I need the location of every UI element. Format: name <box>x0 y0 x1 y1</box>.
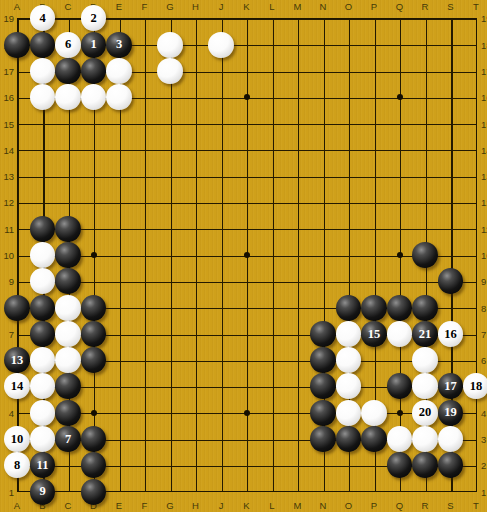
point-R10[interactable] <box>412 242 438 268</box>
point-E4[interactable] <box>106 400 132 426</box>
white-stone-A5[interactable]: 14 <box>4 373 30 399</box>
point-O4[interactable] <box>336 400 362 426</box>
point-F16[interactable] <box>132 84 158 110</box>
point-F14[interactable] <box>132 137 158 163</box>
point-B2[interactable]: 11 <box>30 452 56 478</box>
point-K11[interactable] <box>234 216 260 242</box>
white-stone-B10[interactable] <box>30 242 56 268</box>
point-B6[interactable] <box>30 347 56 373</box>
point-G6[interactable] <box>157 347 183 373</box>
point-O6[interactable] <box>336 347 362 373</box>
point-B7[interactable] <box>30 321 56 347</box>
point-J2[interactable] <box>208 452 234 478</box>
point-F15[interactable] <box>132 110 158 136</box>
white-stone-O5[interactable] <box>336 373 362 399</box>
point-N12[interactable] <box>310 189 336 215</box>
point-F10[interactable] <box>132 242 158 268</box>
point-B17[interactable] <box>30 58 56 84</box>
point-K7[interactable] <box>234 321 260 347</box>
point-S5[interactable]: 17 <box>438 373 464 399</box>
point-H5[interactable] <box>183 373 209 399</box>
point-K13[interactable] <box>234 163 260 189</box>
point-K12[interactable] <box>234 189 260 215</box>
point-G2[interactable] <box>157 452 183 478</box>
point-D18[interactable]: 1 <box>81 31 107 57</box>
point-K18[interactable] <box>234 31 260 57</box>
black-stone-A8[interactable] <box>4 295 30 321</box>
point-P4[interactable] <box>361 400 387 426</box>
point-A6[interactable]: 13 <box>4 347 30 373</box>
point-R9[interactable] <box>412 268 438 294</box>
white-stone-Q3[interactable] <box>387 426 413 452</box>
point-D4[interactable] <box>81 400 107 426</box>
black-stone-R7[interactable]: 21 <box>412 321 438 347</box>
point-F3[interactable] <box>132 426 158 452</box>
point-N9[interactable] <box>310 268 336 294</box>
black-stone-O3[interactable] <box>336 426 362 452</box>
point-H12[interactable] <box>183 189 209 215</box>
point-K10[interactable] <box>234 242 260 268</box>
point-B19[interactable]: 4 <box>30 5 56 31</box>
point-G15[interactable] <box>157 110 183 136</box>
point-S4[interactable]: 19 <box>438 400 464 426</box>
black-stone-S4[interactable]: 19 <box>438 400 464 426</box>
white-stone-R6[interactable] <box>412 347 438 373</box>
point-N18[interactable] <box>310 31 336 57</box>
point-F5[interactable] <box>132 373 158 399</box>
point-C3[interactable]: 7 <box>55 426 81 452</box>
point-G18[interactable] <box>157 31 183 57</box>
point-G9[interactable] <box>157 268 183 294</box>
white-stone-A3[interactable]: 10 <box>4 426 30 452</box>
point-D11[interactable] <box>81 216 107 242</box>
black-stone-C3[interactable]: 7 <box>55 426 81 452</box>
point-O9[interactable] <box>336 268 362 294</box>
point-F9[interactable] <box>132 268 158 294</box>
point-E8[interactable] <box>106 294 132 320</box>
point-D17[interactable] <box>81 58 107 84</box>
point-D3[interactable] <box>81 426 107 452</box>
point-M16[interactable] <box>285 84 311 110</box>
point-L9[interactable] <box>259 268 285 294</box>
point-M12[interactable] <box>285 189 311 215</box>
point-B1[interactable]: 9 <box>30 478 56 504</box>
point-J11[interactable] <box>208 216 234 242</box>
point-H9[interactable] <box>183 268 209 294</box>
white-stone-C7[interactable] <box>55 321 81 347</box>
black-stone-D3[interactable] <box>81 426 107 452</box>
point-J10[interactable] <box>208 242 234 268</box>
black-stone-Q2[interactable] <box>387 452 413 478</box>
point-Q7[interactable] <box>387 321 413 347</box>
point-J17[interactable] <box>208 58 234 84</box>
black-stone-B8[interactable] <box>30 295 56 321</box>
white-stone-Q7[interactable] <box>387 321 413 347</box>
point-K15[interactable] <box>234 110 260 136</box>
point-D9[interactable] <box>81 268 107 294</box>
black-stone-Q5[interactable] <box>387 373 413 399</box>
point-S14[interactable] <box>438 137 464 163</box>
point-J18[interactable] <box>208 31 234 57</box>
point-N8[interactable] <box>310 294 336 320</box>
point-N16[interactable] <box>310 84 336 110</box>
black-stone-P7[interactable]: 15 <box>361 321 387 347</box>
point-G13[interactable] <box>157 163 183 189</box>
white-stone-E17[interactable] <box>106 58 132 84</box>
point-R8[interactable] <box>412 294 438 320</box>
point-J5[interactable] <box>208 373 234 399</box>
point-P6[interactable] <box>361 347 387 373</box>
point-N10[interactable] <box>310 242 336 268</box>
black-stone-D1[interactable] <box>81 479 107 505</box>
point-T5[interactable]: 18 <box>463 373 487 399</box>
point-C5[interactable] <box>55 373 81 399</box>
point-Q14[interactable] <box>387 137 413 163</box>
point-Q2[interactable] <box>387 452 413 478</box>
point-B12[interactable] <box>30 189 56 215</box>
point-G7[interactable] <box>157 321 183 347</box>
point-S9[interactable] <box>438 268 464 294</box>
point-O2[interactable] <box>336 452 362 478</box>
black-stone-Q8[interactable] <box>387 295 413 321</box>
white-stone-B9[interactable] <box>30 268 56 294</box>
point-Q8[interactable] <box>387 294 413 320</box>
point-R6[interactable] <box>412 347 438 373</box>
point-D8[interactable] <box>81 294 107 320</box>
point-D12[interactable] <box>81 189 107 215</box>
point-F2[interactable] <box>132 452 158 478</box>
point-K14[interactable] <box>234 137 260 163</box>
black-stone-O8[interactable] <box>336 295 362 321</box>
point-H18[interactable] <box>183 31 209 57</box>
point-C9[interactable] <box>55 268 81 294</box>
point-N15[interactable] <box>310 110 336 136</box>
white-stone-E16[interactable] <box>106 84 132 110</box>
point-Q9[interactable] <box>387 268 413 294</box>
point-N7[interactable] <box>310 321 336 347</box>
white-stone-B19[interactable]: 4 <box>30 5 56 31</box>
point-Q11[interactable] <box>387 216 413 242</box>
white-stone-B6[interactable] <box>30 347 56 373</box>
white-stone-D16[interactable] <box>81 84 107 110</box>
point-B13[interactable] <box>30 163 56 189</box>
point-Q17[interactable] <box>387 58 413 84</box>
point-R5[interactable] <box>412 373 438 399</box>
point-L12[interactable] <box>259 189 285 215</box>
black-stone-E18[interactable]: 3 <box>106 32 132 58</box>
black-stone-B2[interactable]: 11 <box>30 452 56 478</box>
black-stone-P3[interactable] <box>361 426 387 452</box>
point-M5[interactable] <box>285 373 311 399</box>
point-J16[interactable] <box>208 84 234 110</box>
point-P17[interactable] <box>361 58 387 84</box>
black-stone-D7[interactable] <box>81 321 107 347</box>
point-P18[interactable] <box>361 31 387 57</box>
point-N6[interactable] <box>310 347 336 373</box>
point-L13[interactable] <box>259 163 285 189</box>
point-L16[interactable] <box>259 84 285 110</box>
point-R12[interactable] <box>412 189 438 215</box>
point-H16[interactable] <box>183 84 209 110</box>
point-O18[interactable] <box>336 31 362 57</box>
black-stone-C11[interactable] <box>55 216 81 242</box>
point-C7[interactable] <box>55 321 81 347</box>
point-P7[interactable]: 15 <box>361 321 387 347</box>
point-C4[interactable] <box>55 400 81 426</box>
black-stone-P8[interactable] <box>361 295 387 321</box>
point-J9[interactable] <box>208 268 234 294</box>
point-K6[interactable] <box>234 347 260 373</box>
point-P12[interactable] <box>361 189 387 215</box>
point-J3[interactable] <box>208 426 234 452</box>
point-D1[interactable] <box>81 478 107 504</box>
white-stone-R4[interactable]: 20 <box>412 400 438 426</box>
point-C18[interactable]: 6 <box>55 31 81 57</box>
point-C8[interactable] <box>55 294 81 320</box>
point-K8[interactable] <box>234 294 260 320</box>
point-H6[interactable] <box>183 347 209 373</box>
point-L3[interactable] <box>259 426 285 452</box>
black-stone-S9[interactable] <box>438 268 464 294</box>
point-P15[interactable] <box>361 110 387 136</box>
point-J7[interactable] <box>208 321 234 347</box>
black-stone-B18[interactable] <box>30 32 56 58</box>
point-E11[interactable] <box>106 216 132 242</box>
black-stone-S5[interactable]: 17 <box>438 373 464 399</box>
point-O15[interactable] <box>336 110 362 136</box>
point-B5[interactable] <box>30 373 56 399</box>
point-P13[interactable] <box>361 163 387 189</box>
point-F17[interactable] <box>132 58 158 84</box>
black-stone-B11[interactable] <box>30 216 56 242</box>
white-stone-J18[interactable] <box>208 32 234 58</box>
white-stone-D19[interactable]: 2 <box>81 5 107 31</box>
point-K9[interactable] <box>234 268 260 294</box>
point-Q6[interactable] <box>387 347 413 373</box>
point-P14[interactable] <box>361 137 387 163</box>
point-S12[interactable] <box>438 189 464 215</box>
point-K16[interactable] <box>234 84 260 110</box>
white-stone-B17[interactable] <box>30 58 56 84</box>
point-N5[interactable] <box>310 373 336 399</box>
point-D5[interactable] <box>81 373 107 399</box>
point-L2[interactable] <box>259 452 285 478</box>
point-E18[interactable]: 3 <box>106 31 132 57</box>
point-E16[interactable] <box>106 84 132 110</box>
point-M6[interactable] <box>285 347 311 373</box>
black-stone-B7[interactable] <box>30 321 56 347</box>
point-Q13[interactable] <box>387 163 413 189</box>
point-Q16[interactable] <box>387 84 413 110</box>
point-J6[interactable] <box>208 347 234 373</box>
point-R13[interactable] <box>412 163 438 189</box>
point-P11[interactable] <box>361 216 387 242</box>
point-O11[interactable] <box>336 216 362 242</box>
point-O12[interactable] <box>336 189 362 215</box>
point-K5[interactable] <box>234 373 260 399</box>
black-stone-D6[interactable] <box>81 347 107 373</box>
point-O7[interactable] <box>336 321 362 347</box>
point-S6[interactable] <box>438 347 464 373</box>
point-L17[interactable] <box>259 58 285 84</box>
point-S15[interactable] <box>438 110 464 136</box>
white-stone-O4[interactable] <box>336 400 362 426</box>
point-C11[interactable] <box>55 216 81 242</box>
point-K4[interactable] <box>234 400 260 426</box>
point-H10[interactable] <box>183 242 209 268</box>
point-H3[interactable] <box>183 426 209 452</box>
point-J13[interactable] <box>208 163 234 189</box>
point-C2[interactable] <box>55 452 81 478</box>
point-M10[interactable] <box>285 242 311 268</box>
point-J4[interactable] <box>208 400 234 426</box>
point-D16[interactable] <box>81 84 107 110</box>
point-P8[interactable] <box>361 294 387 320</box>
point-O5[interactable] <box>336 373 362 399</box>
black-stone-N4[interactable] <box>310 400 336 426</box>
white-stone-B4[interactable] <box>30 400 56 426</box>
point-G10[interactable] <box>157 242 183 268</box>
point-R16[interactable] <box>412 84 438 110</box>
point-P10[interactable] <box>361 242 387 268</box>
point-R17[interactable] <box>412 58 438 84</box>
white-stone-C6[interactable] <box>55 347 81 373</box>
point-E2[interactable] <box>106 452 132 478</box>
point-P2[interactable] <box>361 452 387 478</box>
point-E7[interactable] <box>106 321 132 347</box>
point-N3[interactable] <box>310 426 336 452</box>
point-Q15[interactable] <box>387 110 413 136</box>
white-stone-G18[interactable] <box>157 32 183 58</box>
point-L8[interactable] <box>259 294 285 320</box>
point-G3[interactable] <box>157 426 183 452</box>
point-L18[interactable] <box>259 31 285 57</box>
point-J8[interactable] <box>208 294 234 320</box>
point-O10[interactable] <box>336 242 362 268</box>
point-L14[interactable] <box>259 137 285 163</box>
point-D7[interactable] <box>81 321 107 347</box>
point-M11[interactable] <box>285 216 311 242</box>
black-stone-N7[interactable] <box>310 321 336 347</box>
point-S10[interactable] <box>438 242 464 268</box>
white-stone-G17[interactable] <box>157 58 183 84</box>
point-F18[interactable] <box>132 31 158 57</box>
point-O8[interactable] <box>336 294 362 320</box>
point-C6[interactable] <box>55 347 81 373</box>
point-R18[interactable] <box>412 31 438 57</box>
white-stone-O6[interactable] <box>336 347 362 373</box>
point-R15[interactable] <box>412 110 438 136</box>
point-E10[interactable] <box>106 242 132 268</box>
white-stone-B16[interactable] <box>30 84 56 110</box>
point-H15[interactable] <box>183 110 209 136</box>
point-R3[interactable] <box>412 426 438 452</box>
point-Q4[interactable] <box>387 400 413 426</box>
point-B18[interactable] <box>30 31 56 57</box>
point-B3[interactable] <box>30 426 56 452</box>
point-G8[interactable] <box>157 294 183 320</box>
black-stone-A6[interactable]: 13 <box>4 347 30 373</box>
point-M15[interactable] <box>285 110 311 136</box>
point-Q5[interactable] <box>387 373 413 399</box>
black-stone-D17[interactable] <box>81 58 107 84</box>
point-M18[interactable] <box>285 31 311 57</box>
point-G16[interactable] <box>157 84 183 110</box>
point-H7[interactable] <box>183 321 209 347</box>
point-C15[interactable] <box>55 110 81 136</box>
point-B8[interactable] <box>30 294 56 320</box>
point-B9[interactable] <box>30 268 56 294</box>
black-stone-N3[interactable] <box>310 426 336 452</box>
white-stone-R5[interactable] <box>412 373 438 399</box>
point-H14[interactable] <box>183 137 209 163</box>
point-L7[interactable] <box>259 321 285 347</box>
point-P5[interactable] <box>361 373 387 399</box>
point-S2[interactable] <box>438 452 464 478</box>
point-R14[interactable] <box>412 137 438 163</box>
point-S18[interactable] <box>438 31 464 57</box>
black-stone-B1[interactable]: 9 <box>30 479 56 505</box>
black-stone-D8[interactable] <box>81 295 107 321</box>
point-L4[interactable] <box>259 400 285 426</box>
point-O17[interactable] <box>336 58 362 84</box>
point-O3[interactable] <box>336 426 362 452</box>
point-S13[interactable] <box>438 163 464 189</box>
point-O16[interactable] <box>336 84 362 110</box>
point-C14[interactable] <box>55 137 81 163</box>
point-F6[interactable] <box>132 347 158 373</box>
point-P3[interactable] <box>361 426 387 452</box>
point-P16[interactable] <box>361 84 387 110</box>
point-B14[interactable] <box>30 137 56 163</box>
point-P9[interactable] <box>361 268 387 294</box>
white-stone-C8[interactable] <box>55 295 81 321</box>
black-stone-A18[interactable] <box>4 32 30 58</box>
point-D19[interactable]: 2 <box>81 5 107 31</box>
point-M2[interactable] <box>285 452 311 478</box>
point-N2[interactable] <box>310 452 336 478</box>
point-M9[interactable] <box>285 268 311 294</box>
point-G11[interactable] <box>157 216 183 242</box>
point-O13[interactable] <box>336 163 362 189</box>
point-L10[interactable] <box>259 242 285 268</box>
point-L5[interactable] <box>259 373 285 399</box>
point-B4[interactable] <box>30 400 56 426</box>
white-stone-C16[interactable] <box>55 84 81 110</box>
point-M4[interactable] <box>285 400 311 426</box>
point-S7[interactable]: 16 <box>438 321 464 347</box>
black-stone-C17[interactable] <box>55 58 81 84</box>
point-M13[interactable] <box>285 163 311 189</box>
black-stone-C9[interactable] <box>55 268 81 294</box>
point-H17[interactable] <box>183 58 209 84</box>
point-K3[interactable] <box>234 426 260 452</box>
white-stone-T5[interactable]: 18 <box>463 373 487 399</box>
point-D15[interactable] <box>81 110 107 136</box>
point-Q18[interactable] <box>387 31 413 57</box>
point-G17[interactable] <box>157 58 183 84</box>
point-D13[interactable] <box>81 163 107 189</box>
point-M3[interactable] <box>285 426 311 452</box>
point-B15[interactable] <box>30 110 56 136</box>
point-G4[interactable] <box>157 400 183 426</box>
black-stone-R10[interactable] <box>412 242 438 268</box>
black-stone-D18[interactable]: 1 <box>81 32 107 58</box>
point-F12[interactable] <box>132 189 158 215</box>
point-L11[interactable] <box>259 216 285 242</box>
point-H13[interactable] <box>183 163 209 189</box>
point-S8[interactable] <box>438 294 464 320</box>
